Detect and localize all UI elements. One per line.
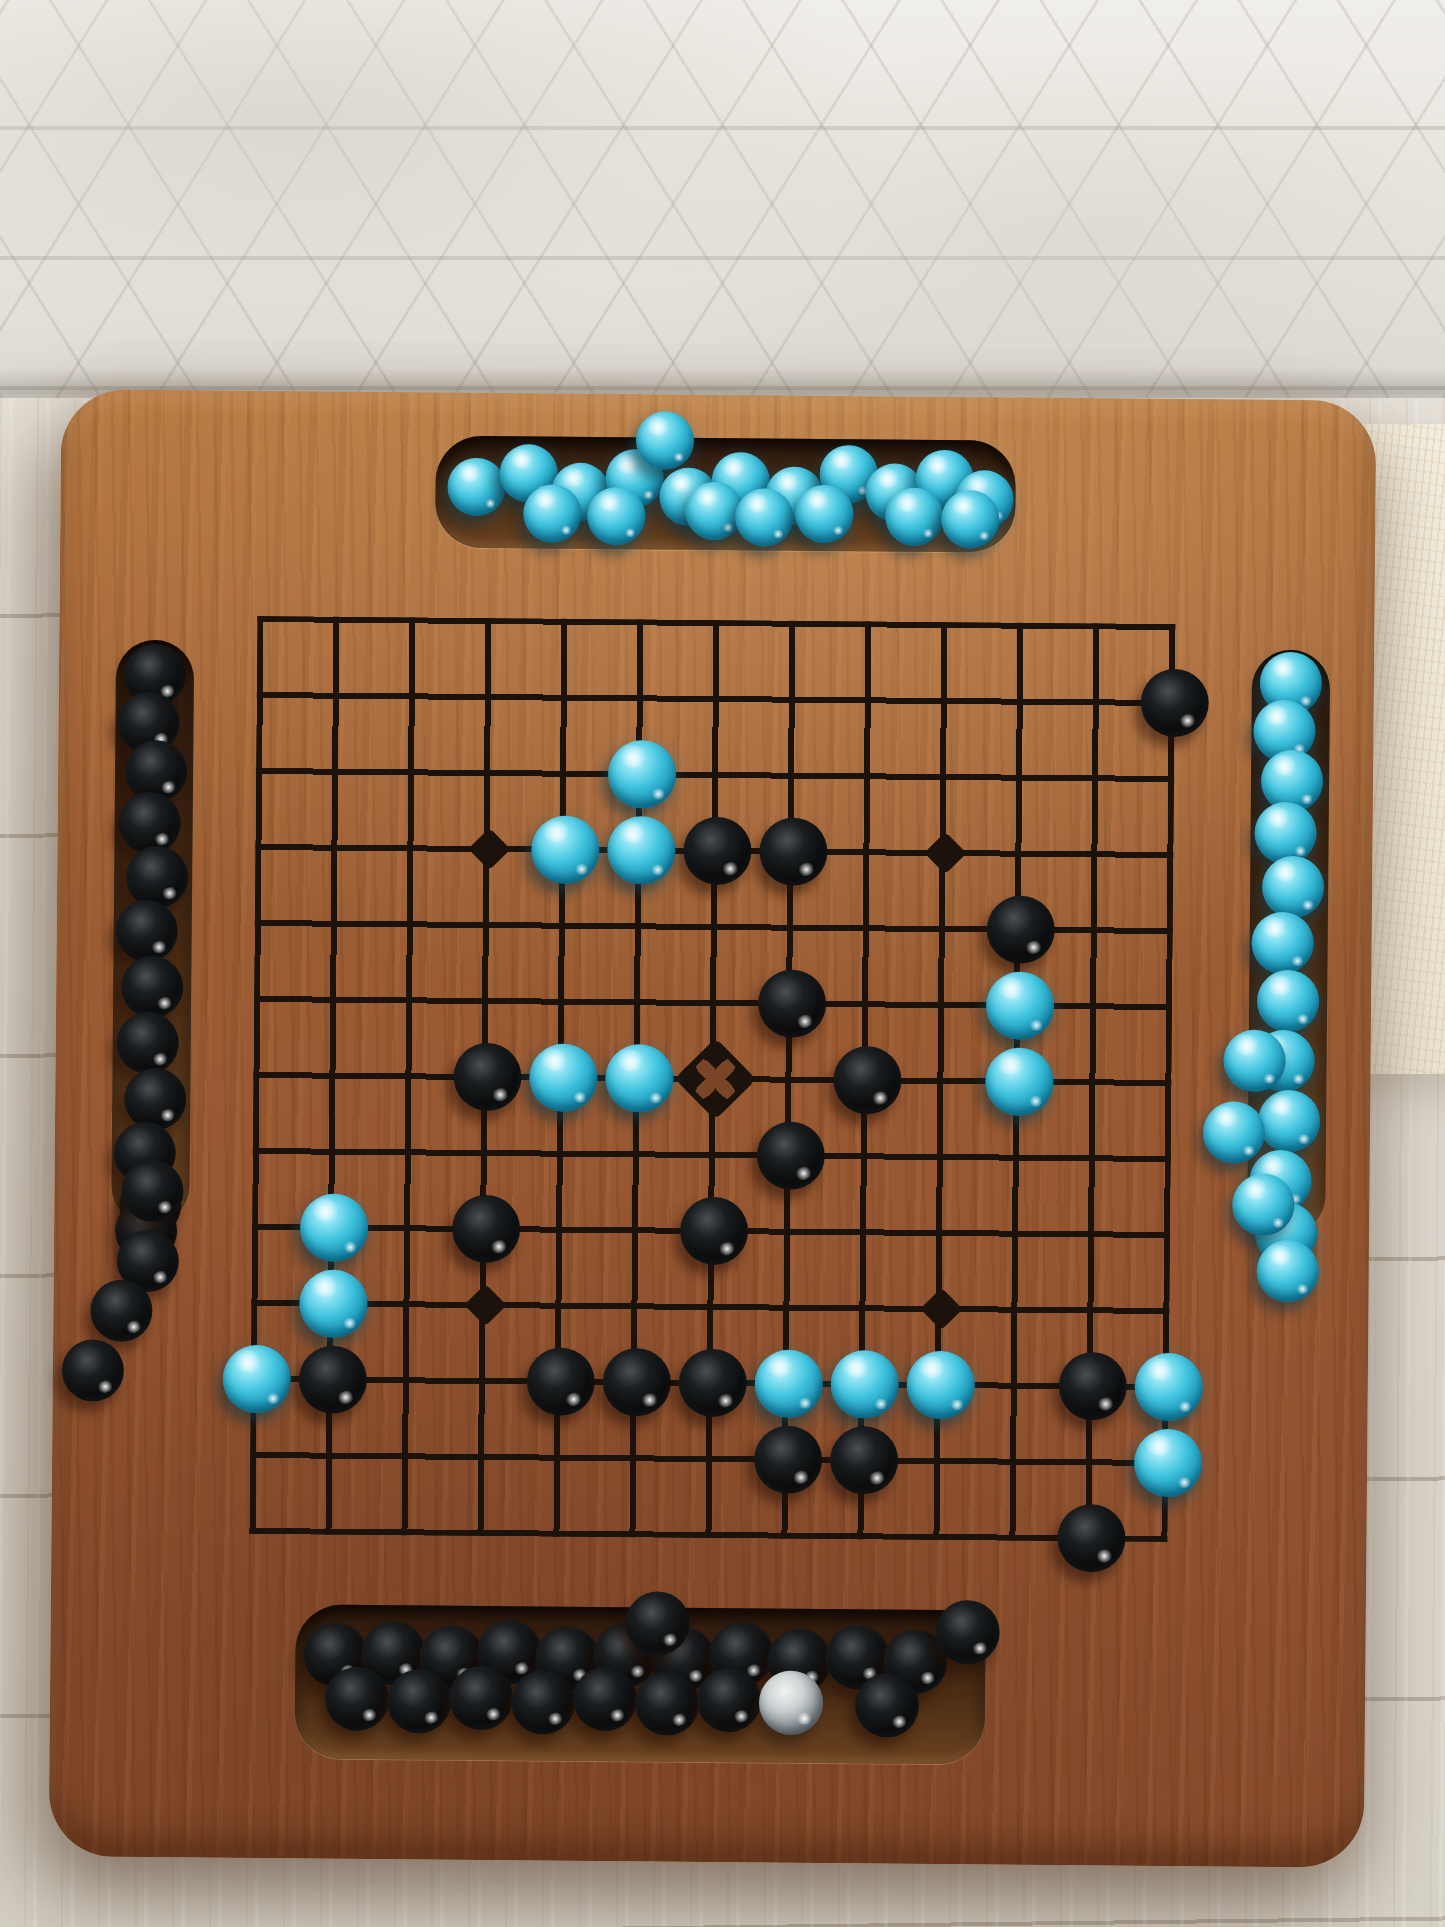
go-stone-black-B3[interactable] [298,1345,367,1414]
go-board[interactable] [49,389,1377,1867]
tray-stone-blue[interactable] [795,485,854,544]
tray-stone-blue[interactable] [885,487,944,546]
go-stone-black-M1[interactable] [1057,1504,1126,1573]
go-stone-blue-A3[interactable] [223,1345,292,1414]
tray-stone-black[interactable] [121,956,184,1019]
tray-stone-black[interactable] [635,1671,700,1736]
go-stone-blue-H3[interactable] [754,1349,823,1418]
tray-stone-black[interactable] [325,1667,390,1732]
go-stone-blue-E7[interactable] [529,1043,598,1112]
stone-tray-top-blue[interactable] [435,436,1016,553]
tray-stone-black[interactable] [855,1673,920,1738]
go-stone-blue-L7[interactable] [985,1047,1054,1116]
tray-stone-black[interactable] [625,1591,690,1656]
tray-stone-blue[interactable] [1254,802,1317,865]
photo-scene: { "scene": { "description": "overhead-an… [0,0,1445,1927]
tray-stone-black[interactable] [62,1339,125,1402]
tray-stone-blue[interactable] [1262,856,1325,919]
go-stone-blue-N2[interactable] [1134,1429,1203,1498]
go-stone-black-D5[interactable] [452,1195,521,1264]
tray-stone-blue[interactable] [1251,912,1314,975]
tray-stone-black[interactable] [935,1600,1000,1665]
tray-stone-black[interactable] [573,1667,638,1732]
tray-stone-black[interactable] [126,846,189,909]
go-stone-blue-F11[interactable] [608,740,677,809]
go-stone-blue-B5[interactable] [300,1193,369,1262]
tray-stone-blue[interactable] [1223,1029,1286,1092]
go-stone-black-D7[interactable] [453,1043,522,1112]
go-stone-black-L9[interactable] [986,895,1055,964]
stone-tray-left-black[interactable] [111,640,194,1226]
go-stone-black-G10[interactable] [683,817,752,886]
go-stone-black-H2[interactable] [754,1425,823,1494]
go-stone-blue-F10[interactable] [607,816,676,885]
tray-stone-blue[interactable] [941,490,1000,549]
go-stone-black-F3[interactable] [602,1348,671,1417]
go-stone-black-J7[interactable] [833,1046,902,1115]
tray-stone-black[interactable] [124,1068,187,1131]
tray-stone-blue[interactable] [735,488,794,547]
tray-stone-black[interactable] [387,1669,452,1734]
go-stone-black-J2[interactable] [830,1426,899,1495]
go-stone-blue-K3[interactable] [906,1351,975,1420]
go-stone-blue-J3[interactable] [830,1350,899,1419]
stone-tray-right-blue[interactable] [1247,650,1330,1236]
go-stone-black-E3[interactable] [526,1347,595,1416]
go-stone-blue-N3[interactable] [1134,1353,1203,1422]
tray-stone-blue[interactable] [1258,1090,1321,1153]
tray-stone-black[interactable] [121,1160,184,1223]
tray-stone-black[interactable] [511,1670,576,1735]
tray-stone-blue[interactable] [1232,1174,1295,1237]
tray-stone-black[interactable] [118,792,181,855]
go-stone-black-H6[interactable] [756,1121,825,1190]
go-stone-blue-L8[interactable] [986,971,1055,1040]
tray-stone-blue[interactable] [1203,1101,1266,1164]
go-stone-black-G3[interactable] [678,1349,747,1418]
stone-tray-bottom-black[interactable] [294,1604,985,1764]
tray-stone-blue[interactable] [523,484,582,543]
tray-stone-black[interactable] [115,900,178,963]
go-stone-black-N12[interactable] [1140,669,1209,738]
go-stone-blue-F7[interactable] [605,1044,674,1113]
tray-stone-blue[interactable] [636,411,695,470]
tray-stone-black[interactable] [90,1280,153,1343]
tray-stone-black[interactable] [116,1012,179,1075]
go-stone-black-H8[interactable] [758,969,827,1038]
tray-stone-black[interactable] [697,1668,762,1733]
go-stone-blue-B4[interactable] [299,1269,368,1338]
tray-stone-blue[interactable] [1257,1240,1320,1303]
tray-stone-blue[interactable] [447,458,506,517]
tray-stone-marble[interactable] [759,1670,824,1735]
go-stone-blue-E10[interactable] [531,815,600,884]
chevron-tile-wall [0,0,1445,398]
go-stone-black-G5[interactable] [680,1197,749,1266]
tray-stone-blue[interactable] [587,487,646,546]
tray-stone-blue[interactable] [1257,970,1320,1033]
go-stone-black-M3[interactable] [1058,1352,1127,1421]
go-stone-black-H10[interactable] [759,817,828,886]
tray-stone-black[interactable] [449,1666,514,1731]
